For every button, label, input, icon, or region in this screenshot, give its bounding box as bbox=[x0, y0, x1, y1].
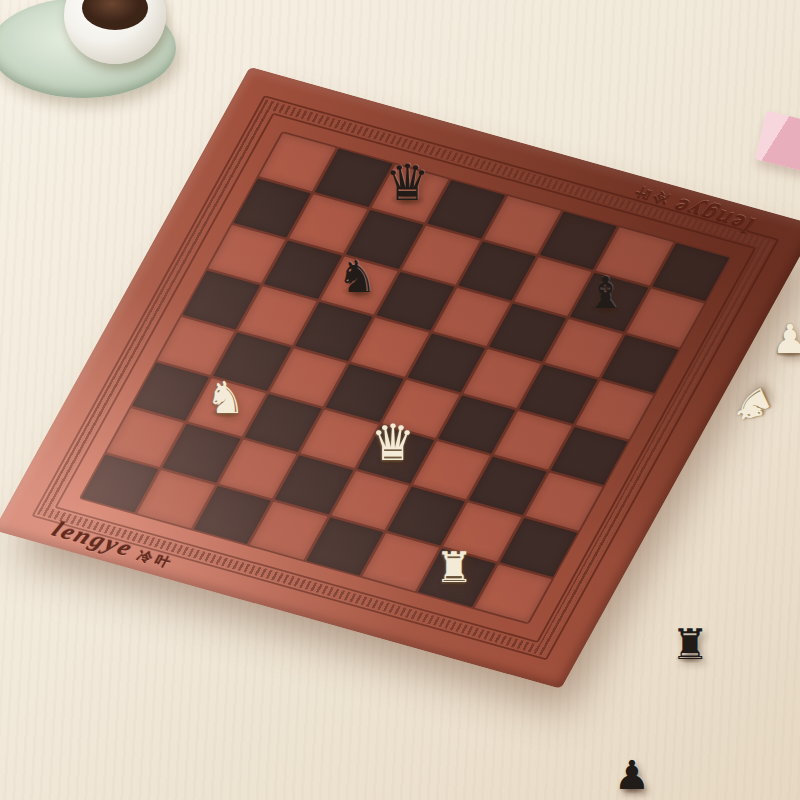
piece-glyph: ♞ bbox=[206, 376, 245, 420]
piece-glyph: ♜ bbox=[435, 547, 473, 589]
pink-box bbox=[755, 110, 800, 171]
piece-glyph: ♛ bbox=[371, 418, 416, 468]
brand-latin: lengye bbox=[48, 516, 139, 561]
piece-glyph: ♟ bbox=[772, 319, 800, 359]
brand-latin: lengye bbox=[668, 193, 759, 238]
piece-glyph: ♞ bbox=[724, 378, 781, 432]
piece-glyph: ♜ bbox=[671, 624, 709, 666]
piece-glyph: ♛ bbox=[385, 158, 430, 208]
piece-glyph: ♝ bbox=[586, 271, 625, 315]
brand-chinese: 冷叶 bbox=[134, 549, 176, 571]
piece-glyph: ♞ bbox=[337, 254, 376, 298]
brand-chinese: 冷叶 bbox=[629, 184, 671, 206]
table-scene: lengye冷叶 lengye冷叶 ♛♝♞♞♛♜♟♞♜♟ bbox=[0, 0, 800, 800]
brand-logo-bottom-left: lengye冷叶 bbox=[47, 516, 181, 573]
brand-logo-top-right: lengye冷叶 bbox=[625, 180, 759, 237]
piece-glyph: ♟ bbox=[614, 755, 650, 795]
